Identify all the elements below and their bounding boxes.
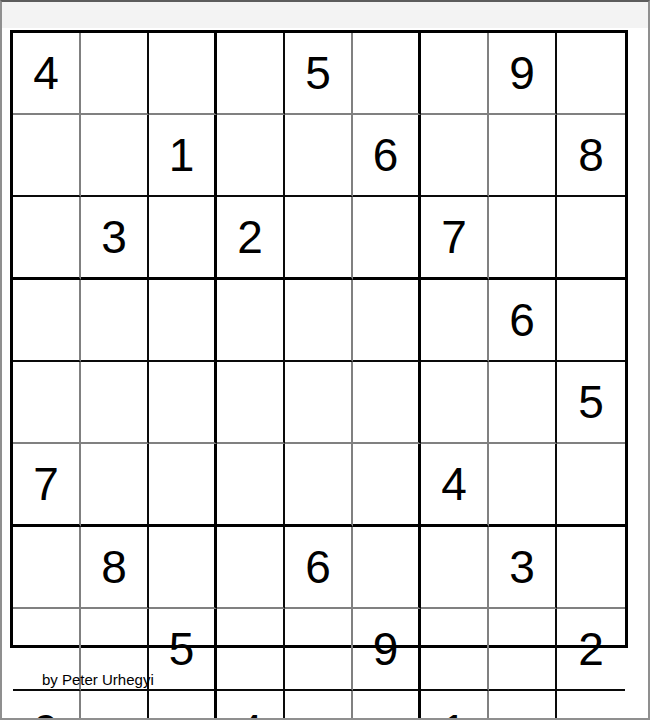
- cell-r2c8: [489, 115, 557, 197]
- cell-r6c6: [353, 444, 421, 527]
- cell-r3c3: [149, 197, 217, 280]
- cell-r4c1: [13, 280, 81, 362]
- cell-r1c8: 9: [489, 33, 557, 115]
- cell-r1c6: [353, 33, 421, 115]
- cell-r8c4: [217, 609, 285, 691]
- cell-r5c2: [81, 362, 149, 444]
- cell-r3c9: [557, 197, 625, 280]
- cell-r6c2: [81, 444, 149, 527]
- cell-r3c1: [13, 197, 81, 280]
- cell-r7c9: [557, 527, 625, 609]
- cell-r1c2: [81, 33, 149, 115]
- credit-text: by Peter Urhegyi: [42, 670, 154, 690]
- cell-r9c1: 9: [13, 691, 81, 720]
- cell-r4c4: [217, 280, 285, 362]
- cell-r6c8: [489, 444, 557, 527]
- cell-r2c2: [81, 115, 149, 197]
- cell-r2c3: 1: [149, 115, 217, 197]
- cell-r2c7: [421, 115, 489, 197]
- cell-r8c9: 2: [557, 609, 625, 691]
- cell-r1c5: 5: [285, 33, 353, 115]
- cell-r6c7: 4: [421, 444, 489, 527]
- cell-r4c9: [557, 280, 625, 362]
- cell-r9c5: [285, 691, 353, 720]
- cell-r5c6: [353, 362, 421, 444]
- cell-r2c9: 8: [557, 115, 625, 197]
- cell-r4c5: [285, 280, 353, 362]
- sudoku-grid: 4591683276574863592941: [10, 30, 628, 648]
- cell-r5c5: [285, 362, 353, 444]
- cell-r3c2: 3: [81, 197, 149, 280]
- cell-r3c7: 7: [421, 197, 489, 280]
- cell-r7c4: [217, 527, 285, 609]
- cell-r6c5: [285, 444, 353, 527]
- cell-r5c3: [149, 362, 217, 444]
- cell-r6c9: [557, 444, 625, 527]
- cell-r4c2: [81, 280, 149, 362]
- cell-r1c3: [149, 33, 217, 115]
- cell-r6c1: 7: [13, 444, 81, 527]
- cell-r9c2: [81, 691, 149, 720]
- cell-r4c3: [149, 280, 217, 362]
- cell-r7c1: [13, 527, 81, 609]
- cell-r3c4: 2: [217, 197, 285, 280]
- cell-r5c8: [489, 362, 557, 444]
- cell-r9c9: [557, 691, 625, 720]
- cell-r8c6: 9: [353, 609, 421, 691]
- cell-r8c7: [421, 609, 489, 691]
- cell-r7c3: [149, 527, 217, 609]
- cell-r4c6: [353, 280, 421, 362]
- cell-r7c5: 6: [285, 527, 353, 609]
- cell-r4c7: [421, 280, 489, 362]
- cell-r1c7: [421, 33, 489, 115]
- cell-r9c8: [489, 691, 557, 720]
- cell-r9c6: [353, 691, 421, 720]
- cell-r1c4: [217, 33, 285, 115]
- cell-r8c3: 5: [149, 609, 217, 691]
- cell-r7c7: [421, 527, 489, 609]
- cell-r7c8: 3: [489, 527, 557, 609]
- cell-r8c5: [285, 609, 353, 691]
- cell-r2c1: [13, 115, 81, 197]
- cell-r5c1: [13, 362, 81, 444]
- cell-r3c5: [285, 197, 353, 280]
- cell-r3c6: [353, 197, 421, 280]
- cell-r8c8: [489, 609, 557, 691]
- cell-r4c8: 6: [489, 280, 557, 362]
- cell-r1c1: 4: [13, 33, 81, 115]
- cell-r5c4: [217, 362, 285, 444]
- cell-r7c6: [353, 527, 421, 609]
- cell-r2c6: 6: [353, 115, 421, 197]
- title-strip: [2, 2, 648, 28]
- cell-r6c3: [149, 444, 217, 527]
- cell-r9c4: 4: [217, 691, 285, 720]
- cell-r6c4: [217, 444, 285, 527]
- cell-r5c7: [421, 362, 489, 444]
- puzzle-window: 4591683276574863592941 by Peter Urhegyi: [0, 0, 650, 720]
- cell-r9c3: [149, 691, 217, 720]
- cell-r3c8: [489, 197, 557, 280]
- cell-r5c9: 5: [557, 362, 625, 444]
- cell-r1c9: [557, 33, 625, 115]
- cell-r2c4: [217, 115, 285, 197]
- cell-r7c2: 8: [81, 527, 149, 609]
- cell-r2c5: [285, 115, 353, 197]
- cell-r9c7: 1: [421, 691, 489, 720]
